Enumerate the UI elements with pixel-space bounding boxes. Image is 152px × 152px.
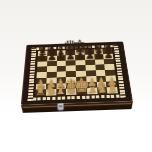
square-h1[interactable]: ♜	[107, 87, 118, 94]
chess-set: ♜♞♝♛♚♝♞♜♟♟♟♟♟♟♟♟♟♟♟♟♟♟♟♟♜♞♝♛♚♝♞♜	[0, 0, 152, 152]
square-h7[interactable]: ♟	[103, 54, 113, 60]
square-d7[interactable]: ♟	[66, 55, 76, 61]
piece-white-rook[interactable]: ♜	[107, 81, 119, 94]
product-photo-scene: ♜♞♝♛♚♝♞♜♟♟♟♟♟♟♟♟♟♟♟♟♟♟♟♟♜♞♝♛♚♝♞♜	[0, 0, 152, 152]
square-d1[interactable]: ♛	[66, 88, 76, 95]
square-a7[interactable]: ♟	[38, 56, 48, 62]
square-c7[interactable]: ♟	[56, 55, 65, 61]
chess-board-grid: ♜♞♝♛♚♝♞♜♟♟♟♟♟♟♟♟♟♟♟♟♟♟♟♟♜♞♝♛♚♝♞♜	[35, 49, 117, 97]
piece-black-pawn[interactable]: ♟	[104, 49, 114, 60]
piece-black-pawn[interactable]: ♟	[37, 51, 47, 62]
square-g7[interactable]: ♟	[94, 54, 104, 60]
square-e7[interactable]: ♟	[75, 55, 85, 61]
piece-black-pawn[interactable]: ♟	[66, 50, 76, 61]
square-b5[interactable]	[47, 66, 57, 72]
piece-black-pawn[interactable]: ♟	[75, 50, 85, 61]
chess-board: ♜♞♝♛♚♝♞♜♟♟♟♟♟♟♟♟♟♟♟♟♟♟♟♟♜♞♝♛♚♝♞♜	[21, 42, 133, 106]
clasp-notch	[59, 106, 62, 107]
piece-white-queen[interactable]: ♛	[63, 78, 79, 96]
